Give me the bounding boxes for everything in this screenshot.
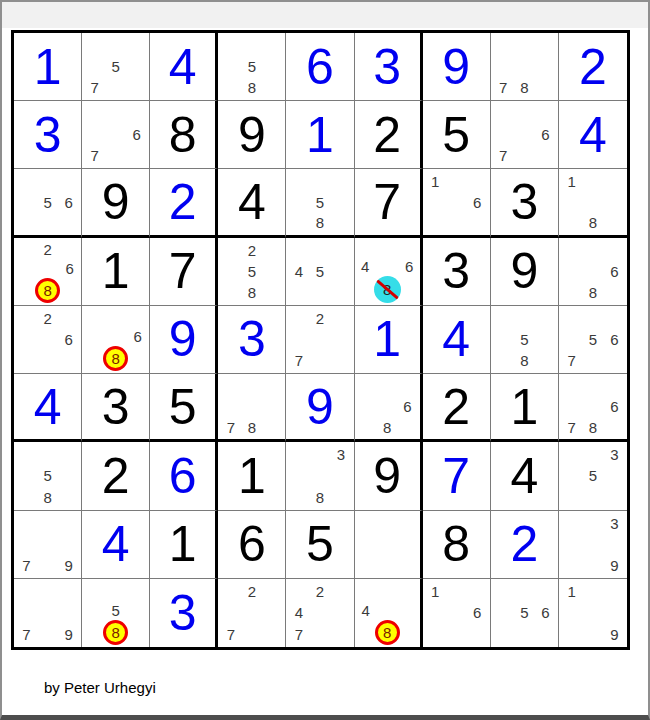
candidates: 247 xyxy=(288,581,351,645)
candidates: 468 xyxy=(357,240,418,303)
cell-r6c2[interactable]: 3 xyxy=(82,374,150,442)
candidate-8: 8 xyxy=(582,282,603,303)
candidate-slot-8: 8 xyxy=(35,278,60,303)
cell-r8c7[interactable]: 8 xyxy=(423,511,491,579)
cell-r2c8[interactable]: 67 xyxy=(491,101,559,169)
candidates: 27 xyxy=(220,581,283,645)
cell-r4c1[interactable]: 268 xyxy=(14,238,82,306)
candidates: 56 xyxy=(16,171,79,232)
candidate-6: 6 xyxy=(128,327,147,346)
candidate-slot-8: 8 xyxy=(375,620,400,645)
given-value: 4 xyxy=(34,382,62,432)
candidate-7: 7 xyxy=(84,77,105,98)
solved-value: 8 xyxy=(442,519,470,569)
cell-r1c3[interactable]: 4 xyxy=(150,33,218,101)
cell-r9c8[interactable]: 56 xyxy=(491,579,559,647)
candidate-5: 5 xyxy=(309,261,330,282)
cell-r1c1[interactable]: 1 xyxy=(14,33,82,101)
candidate-2: 2 xyxy=(241,240,262,261)
cell-grid: 1574586397823678912567456924587163182681… xyxy=(14,33,627,647)
cell-r9c4[interactable]: 27 xyxy=(218,579,286,647)
candidates: 48 xyxy=(357,581,418,645)
cell-r9c2[interactable]: 58 xyxy=(82,579,150,647)
candidates: 78 xyxy=(220,376,283,437)
cell-r7c7[interactable]: 7 xyxy=(423,442,491,510)
solved-value: 1 xyxy=(238,451,266,501)
candidate-6: 6 xyxy=(126,124,147,145)
candidate-6: 6 xyxy=(397,397,417,417)
cell-r5c3[interactable]: 9 xyxy=(150,306,218,374)
candidate-7: 7 xyxy=(16,555,37,576)
candidates: 45 xyxy=(288,240,351,303)
given-value: 4 xyxy=(579,110,607,160)
candidate-6: 6 xyxy=(60,259,79,278)
candidates: 68 xyxy=(357,376,418,437)
cell-r4c3[interactable]: 7 xyxy=(150,238,218,306)
solved-value: 5 xyxy=(442,110,470,160)
candidate-slot-8: 8 xyxy=(374,276,401,303)
candidate-1: 1 xyxy=(425,581,446,602)
cell-r5c6[interactable]: 1 xyxy=(355,306,423,374)
cell-r3c1[interactable]: 56 xyxy=(14,169,82,237)
candidates: 58 xyxy=(493,308,556,371)
cell-r5c9[interactable]: 567 xyxy=(559,306,627,374)
candidate-6: 6 xyxy=(58,192,79,212)
candidate-6: 6 xyxy=(535,602,556,623)
cell-r3c2[interactable]: 9 xyxy=(82,169,150,237)
cell-r1c4[interactable]: 58 xyxy=(218,33,286,101)
cell-r1c7[interactable]: 9 xyxy=(423,33,491,101)
chain-node-candidate-r5c2: 8 xyxy=(103,346,128,371)
candidate-8: 8 xyxy=(309,212,330,232)
cell-r2c9[interactable]: 4 xyxy=(559,101,627,169)
title-bar xyxy=(2,2,648,28)
candidate-4: 4 xyxy=(357,258,374,276)
solved-value: 2 xyxy=(373,110,401,160)
cell-r5c5[interactable]: 27 xyxy=(286,306,354,374)
solved-value: 1 xyxy=(510,382,538,432)
candidates: 16 xyxy=(425,581,488,645)
candidates: 58 xyxy=(16,444,79,507)
candidates: 258 xyxy=(220,240,283,303)
candidates: 18 xyxy=(561,171,625,232)
solved-value: 9 xyxy=(510,246,538,296)
given-value: 2 xyxy=(510,519,538,569)
solved-value: 9 xyxy=(102,177,130,227)
app-window: 1574586397823678912567456924587163182681… xyxy=(0,0,650,720)
candidate-7: 7 xyxy=(493,145,514,166)
cell-r3c4[interactable]: 4 xyxy=(218,169,286,237)
given-value: 6 xyxy=(169,451,197,501)
cell-r1c8[interactable]: 78 xyxy=(491,33,559,101)
candidate-5: 5 xyxy=(309,192,330,212)
cell-r6c3[interactable]: 5 xyxy=(150,374,218,442)
solved-value: 8 xyxy=(169,110,197,160)
solved-value: 6 xyxy=(238,519,266,569)
candidate-8: 8 xyxy=(241,282,262,303)
given-value: 9 xyxy=(169,314,197,364)
candidate-5: 5 xyxy=(103,600,128,620)
cell-r5c7[interactable]: 4 xyxy=(423,306,491,374)
candidate-9: 9 xyxy=(58,555,79,576)
cell-r9c6[interactable]: 48 xyxy=(355,579,423,647)
given-value: 1 xyxy=(34,42,62,92)
cell-r2c1[interactable]: 3 xyxy=(14,101,82,169)
cell-r7c6[interactable]: 9 xyxy=(355,442,423,510)
candidates: 56 xyxy=(493,581,556,645)
given-value: 6 xyxy=(306,42,334,92)
candidate-1: 1 xyxy=(561,171,582,191)
given-value: 4 xyxy=(442,314,470,364)
candidate-6: 6 xyxy=(604,329,625,350)
candidates: 57 xyxy=(84,35,147,98)
candidate-2: 2 xyxy=(309,581,330,602)
candidates: 78 xyxy=(493,35,556,98)
candidate-5: 5 xyxy=(514,329,535,350)
solved-value: 9 xyxy=(238,110,266,160)
cell-r4c9[interactable]: 68 xyxy=(559,238,627,306)
cell-r8c9[interactable]: 39 xyxy=(559,511,627,579)
candidate-7: 7 xyxy=(288,350,309,371)
solved-value: 5 xyxy=(169,382,197,432)
cell-r3c5[interactable]: 58 xyxy=(286,169,354,237)
candidate-6: 6 xyxy=(604,261,625,282)
candidates: 79 xyxy=(16,513,79,576)
cell-r3c8[interactable]: 3 xyxy=(491,169,559,237)
candidates: 68 xyxy=(561,240,625,303)
cell-r4c7[interactable]: 3 xyxy=(423,238,491,306)
candidate-6: 6 xyxy=(467,602,488,623)
solved-value: 2 xyxy=(442,382,470,432)
candidates: 79 xyxy=(16,581,79,645)
cell-r8c4[interactable]: 6 xyxy=(218,511,286,579)
cell-r4c2[interactable]: 1 xyxy=(82,238,150,306)
candidate-8: 8 xyxy=(241,417,262,437)
candidate-5: 5 xyxy=(514,602,535,623)
candidates: 67 xyxy=(493,103,556,166)
cell-r9c9[interactable]: 19 xyxy=(559,579,627,647)
cell-r7c5[interactable]: 38 xyxy=(286,442,354,510)
cell-r6c1[interactable]: 4 xyxy=(14,374,82,442)
candidate-6: 6 xyxy=(58,329,79,350)
elimination-slash xyxy=(376,279,398,299)
candidate-5: 5 xyxy=(241,56,262,77)
cell-r7c1[interactable]: 58 xyxy=(14,442,82,510)
candidates: 567 xyxy=(561,308,625,371)
cell-r8c3[interactable]: 1 xyxy=(150,511,218,579)
cell-r6c5[interactable]: 9 xyxy=(286,374,354,442)
cell-r4c4[interactable]: 258 xyxy=(218,238,286,306)
candidate-3: 3 xyxy=(331,444,352,465)
solved-value: 1 xyxy=(169,519,197,569)
candidate-7: 7 xyxy=(561,350,582,371)
cell-r8c8[interactable]: 2 xyxy=(491,511,559,579)
chain-node-candidate-r9c2: 8 xyxy=(103,620,128,645)
candidates: 35 xyxy=(561,444,625,507)
solved-value: 3 xyxy=(102,382,130,432)
cell-r5c4[interactable]: 3 xyxy=(218,306,286,374)
candidate-4: 4 xyxy=(288,602,309,623)
candidate-8: 8 xyxy=(514,77,535,98)
cell-r2c2[interactable]: 67 xyxy=(82,101,150,169)
given-value: 9 xyxy=(442,42,470,92)
candidate-9: 9 xyxy=(604,555,625,576)
solved-value: 1 xyxy=(102,246,130,296)
cell-r6c6[interactable]: 68 xyxy=(355,374,423,442)
candidates: 19 xyxy=(561,581,625,645)
solved-value: 2 xyxy=(102,451,130,501)
given-value: 4 xyxy=(169,42,197,92)
candidate-1: 1 xyxy=(561,581,582,602)
solved-value: 7 xyxy=(373,177,401,227)
candidate-8: 8 xyxy=(309,486,330,507)
candidates: 67 xyxy=(84,103,147,166)
candidates: 678 xyxy=(561,376,625,437)
candidates: 268 xyxy=(16,240,79,303)
candidate-8: 8 xyxy=(37,486,58,507)
given-value: 2 xyxy=(169,177,197,227)
cell-r7c4[interactable]: 1 xyxy=(218,442,286,510)
cell-r2c6[interactable]: 2 xyxy=(355,101,423,169)
cell-r8c1[interactable]: 79 xyxy=(14,511,82,579)
cell-r1c2[interactable]: 57 xyxy=(82,33,150,101)
candidate-7: 7 xyxy=(84,145,105,166)
candidate-9: 9 xyxy=(604,624,625,645)
candidate-4: 4 xyxy=(288,261,309,282)
candidates: 58 xyxy=(220,35,283,98)
cell-r9c1[interactable]: 79 xyxy=(14,579,82,647)
cell-r7c9[interactable]: 35 xyxy=(559,442,627,510)
cell-r6c8[interactable]: 1 xyxy=(491,374,559,442)
cell-r6c9[interactable]: 678 xyxy=(559,374,627,442)
cell-r3c6[interactable]: 7 xyxy=(355,169,423,237)
given-value: 3 xyxy=(373,42,401,92)
cell-r5c1[interactable]: 26 xyxy=(14,306,82,374)
cell-r6c4[interactable]: 78 xyxy=(218,374,286,442)
candidates: 39 xyxy=(561,513,625,576)
cell-r4c6[interactable]: 468 xyxy=(355,238,423,306)
candidate-7: 7 xyxy=(220,624,241,645)
candidate-8: 8 xyxy=(582,212,603,232)
candidate-6: 6 xyxy=(535,124,556,145)
cell-r5c2[interactable]: 68 xyxy=(82,306,150,374)
candidate-5: 5 xyxy=(582,329,603,350)
cell-r4c8[interactable]: 9 xyxy=(491,238,559,306)
candidate-5: 5 xyxy=(241,261,262,282)
candidate-1: 1 xyxy=(425,171,446,191)
sudoku-board: 1574586397823678912567456924587163182681… xyxy=(11,30,630,650)
cell-r7c8[interactable]: 4 xyxy=(491,442,559,510)
candidate-4: 4 xyxy=(357,600,375,620)
candidate-5: 5 xyxy=(582,465,603,486)
candidate-6: 6 xyxy=(467,192,488,212)
cell-r9c7[interactable]: 16 xyxy=(423,579,491,647)
cell-r8c5[interactable]: 5 xyxy=(286,511,354,579)
given-value: 4 xyxy=(102,519,130,569)
cell-r2c7[interactable]: 5 xyxy=(423,101,491,169)
candidate-6: 6 xyxy=(604,397,625,417)
candidates: 26 xyxy=(16,308,79,371)
cell-r7c2[interactable]: 2 xyxy=(82,442,150,510)
given-value: 9 xyxy=(306,382,334,432)
chain-node-candidate-r9c6: 8 xyxy=(375,620,400,645)
candidate-8: 8 xyxy=(241,77,262,98)
given-value: 1 xyxy=(306,110,334,160)
candidate-7: 7 xyxy=(288,624,309,645)
candidate-5: 5 xyxy=(105,56,126,77)
solved-value: 3 xyxy=(510,177,538,227)
given-value: 2 xyxy=(579,42,607,92)
candidates: 16 xyxy=(425,171,488,232)
candidate-6: 6 xyxy=(401,258,418,276)
candidate-7: 7 xyxy=(16,624,37,645)
solved-value: 9 xyxy=(373,451,401,501)
given-value: 3 xyxy=(238,314,266,364)
candidates xyxy=(357,513,418,576)
candidate-7: 7 xyxy=(493,77,514,98)
cell-r2c5[interactable]: 1 xyxy=(286,101,354,169)
candidate-7: 7 xyxy=(561,417,582,437)
chain-elimination-candidate-r4c6: 8 xyxy=(374,276,401,303)
cell-r3c3[interactable]: 2 xyxy=(150,169,218,237)
candidate-3: 3 xyxy=(604,444,625,465)
candidate-2: 2 xyxy=(35,240,60,259)
candidate-2: 2 xyxy=(241,581,262,602)
candidate-5: 5 xyxy=(37,192,58,212)
cell-r1c6[interactable]: 3 xyxy=(355,33,423,101)
candidate-2: 2 xyxy=(309,308,330,329)
solved-value: 4 xyxy=(510,451,538,501)
given-value: 3 xyxy=(34,110,62,160)
candidates: 38 xyxy=(288,444,351,507)
candidate-8: 8 xyxy=(582,417,603,437)
candidate-slot-8: 8 xyxy=(103,620,128,645)
candidates: 27 xyxy=(288,308,351,371)
solved-value: 7 xyxy=(169,246,197,296)
cell-r8c2[interactable]: 4 xyxy=(82,511,150,579)
cell-r3c7[interactable]: 16 xyxy=(423,169,491,237)
cell-r2c4[interactable]: 9 xyxy=(218,101,286,169)
solved-value: 5 xyxy=(306,519,334,569)
cell-r2c3[interactable]: 8 xyxy=(150,101,218,169)
given-value: 1 xyxy=(373,314,401,364)
given-value: 3 xyxy=(169,588,197,638)
given-value: 7 xyxy=(442,451,470,501)
candidate-8: 8 xyxy=(377,417,397,437)
author-credit: by Peter Urhegyi xyxy=(44,679,156,696)
solved-value: 3 xyxy=(442,246,470,296)
candidate-2: 2 xyxy=(37,308,58,329)
cell-r5c8[interactable]: 58 xyxy=(491,306,559,374)
cell-r4c5[interactable]: 45 xyxy=(286,238,354,306)
candidate-3: 3 xyxy=(604,513,625,534)
candidate-7: 7 xyxy=(220,417,241,437)
cell-r9c3[interactable]: 3 xyxy=(150,579,218,647)
cell-r6c7[interactable]: 2 xyxy=(423,374,491,442)
solved-value: 4 xyxy=(238,177,266,227)
cell-r1c5[interactable]: 6 xyxy=(286,33,354,101)
chain-node-candidate-r4c1: 8 xyxy=(35,278,60,303)
candidates: 68 xyxy=(84,308,147,371)
cell-r7c3[interactable]: 6 xyxy=(150,442,218,510)
candidates: 58 xyxy=(84,581,147,645)
cell-r9c5[interactable]: 247 xyxy=(286,579,354,647)
cell-r1c9[interactable]: 2 xyxy=(559,33,627,101)
candidate-8: 8 xyxy=(514,350,535,371)
candidate-5: 5 xyxy=(37,465,58,486)
cell-r8c6[interactable] xyxy=(355,511,423,579)
candidates: 58 xyxy=(288,171,351,232)
cell-r3c9[interactable]: 18 xyxy=(559,169,627,237)
candidate-slot-8: 8 xyxy=(103,346,128,371)
candidate-9: 9 xyxy=(58,624,79,645)
